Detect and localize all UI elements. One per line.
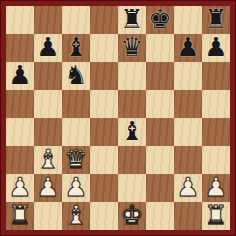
square-g6[interactable] (174, 62, 202, 90)
square-c3[interactable]: ♛ (62, 146, 90, 174)
square-f1[interactable] (146, 202, 174, 230)
square-d2[interactable] (90, 174, 118, 202)
square-c2[interactable]: ♟ (62, 174, 90, 202)
square-b8[interactable] (34, 6, 62, 34)
square-g3[interactable] (174, 146, 202, 174)
square-e1[interactable]: ♚ (118, 202, 146, 230)
square-h5[interactable] (202, 90, 230, 118)
square-c6[interactable]: ♞ (62, 62, 90, 90)
square-a5[interactable] (6, 90, 34, 118)
square-e2[interactable] (118, 174, 146, 202)
square-h4[interactable] (202, 118, 230, 146)
piece-white-bishop: ♝ (34, 146, 62, 174)
square-e8[interactable]: ♜ (118, 6, 146, 34)
piece-black-bishop: ♝ (62, 34, 90, 62)
square-c7[interactable]: ♝ (62, 34, 90, 62)
square-g8[interactable] (174, 6, 202, 34)
square-b5[interactable] (34, 90, 62, 118)
square-f7[interactable] (146, 34, 174, 62)
square-e6[interactable] (118, 62, 146, 90)
piece-white-bishop: ♝ (62, 202, 90, 230)
square-e7[interactable]: ♛ (118, 34, 146, 62)
square-c8[interactable] (62, 6, 90, 34)
piece-black-pawn: ♟ (34, 34, 62, 62)
square-e4[interactable]: ♝ (118, 118, 146, 146)
piece-white-pawn: ♟ (202, 174, 230, 202)
square-d7[interactable] (90, 34, 118, 62)
piece-white-king: ♚ (118, 202, 146, 230)
piece-black-knight: ♞ (62, 62, 90, 90)
square-a4[interactable] (6, 118, 34, 146)
square-h7[interactable]: ♟ (202, 34, 230, 62)
chess-board: ♜♚♜♟♝♛♟♟♟♞♝♝♛♟♟♟♟♟♜♝♚♜ (6, 6, 230, 230)
square-d4[interactable] (90, 118, 118, 146)
piece-black-rook: ♜ (118, 6, 146, 34)
piece-white-rook: ♜ (202, 202, 230, 230)
square-a6[interactable]: ♟ (6, 62, 34, 90)
square-b6[interactable] (34, 62, 62, 90)
square-h1[interactable]: ♜ (202, 202, 230, 230)
square-a1[interactable]: ♜ (6, 202, 34, 230)
piece-white-pawn: ♟ (174, 174, 202, 202)
square-c1[interactable]: ♝ (62, 202, 90, 230)
square-d6[interactable] (90, 62, 118, 90)
square-b2[interactable]: ♟ (34, 174, 62, 202)
square-e3[interactable] (118, 146, 146, 174)
square-a8[interactable] (6, 6, 34, 34)
square-f5[interactable] (146, 90, 174, 118)
square-b3[interactable]: ♝ (34, 146, 62, 174)
square-g7[interactable]: ♟ (174, 34, 202, 62)
square-g2[interactable]: ♟ (174, 174, 202, 202)
square-g5[interactable] (174, 90, 202, 118)
square-b4[interactable] (34, 118, 62, 146)
square-a2[interactable]: ♟ (6, 174, 34, 202)
square-b1[interactable] (34, 202, 62, 230)
square-h8[interactable]: ♜ (202, 6, 230, 34)
piece-black-rook: ♜ (202, 6, 230, 34)
square-d1[interactable] (90, 202, 118, 230)
square-h6[interactable] (202, 62, 230, 90)
piece-white-pawn: ♟ (34, 174, 62, 202)
piece-black-pawn: ♟ (202, 34, 230, 62)
square-a3[interactable] (6, 146, 34, 174)
square-f4[interactable] (146, 118, 174, 146)
square-b7[interactable]: ♟ (34, 34, 62, 62)
square-e5[interactable] (118, 90, 146, 118)
square-g4[interactable] (174, 118, 202, 146)
piece-black-bishop: ♝ (118, 118, 146, 146)
square-c4[interactable] (62, 118, 90, 146)
square-d5[interactable] (90, 90, 118, 118)
piece-white-pawn: ♟ (62, 174, 90, 202)
piece-black-king: ♚ (146, 6, 174, 34)
square-h2[interactable]: ♟ (202, 174, 230, 202)
square-h3[interactable] (202, 146, 230, 174)
square-f2[interactable] (146, 174, 174, 202)
piece-black-pawn: ♟ (174, 34, 202, 62)
square-g1[interactable] (174, 202, 202, 230)
piece-white-rook: ♜ (6, 202, 34, 230)
piece-white-pawn: ♟ (6, 174, 34, 202)
piece-white-queen: ♛ (62, 146, 90, 174)
square-c5[interactable] (62, 90, 90, 118)
square-d8[interactable] (90, 6, 118, 34)
piece-black-queen: ♛ (118, 34, 146, 62)
square-a7[interactable] (6, 34, 34, 62)
chess-board-frame: ♜♚♜♟♝♛♟♟♟♞♝♝♛♟♟♟♟♟♜♝♚♜ (0, 0, 236, 236)
square-f6[interactable] (146, 62, 174, 90)
piece-black-pawn: ♟ (6, 62, 34, 90)
square-f3[interactable] (146, 146, 174, 174)
square-d3[interactable] (90, 146, 118, 174)
square-f8[interactable]: ♚ (146, 6, 174, 34)
